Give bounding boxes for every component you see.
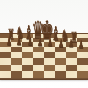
chess-set-photo: ♜♞♝♛♚♝♞♜♟♟♟♟♟♟♟♟ bbox=[0, 0, 88, 88]
pieces-layer: ♜♞♝♛♚♝♞♜♟♟♟♟♟♟♟♟ bbox=[0, 0, 88, 88]
piece-black-pawn[interactable]: ♟ bbox=[68, 38, 74, 49]
piece-black-pawn[interactable]: ♟ bbox=[16, 36, 22, 47]
piece-black-pawn[interactable]: ♟ bbox=[27, 36, 33, 47]
piece-black-pawn[interactable]: ♟ bbox=[6, 36, 12, 47]
piece-black-pawn[interactable]: ♟ bbox=[58, 38, 64, 49]
piece-black-pawn[interactable]: ♟ bbox=[78, 39, 84, 50]
piece-black-pawn[interactable]: ♟ bbox=[37, 37, 43, 48]
piece-black-pawn[interactable]: ♟ bbox=[47, 37, 53, 48]
